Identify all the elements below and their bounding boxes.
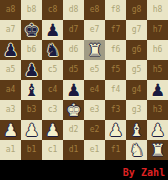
coord-label-h3: h3 (153, 100, 163, 120)
piece-white-bishop: ♝ (129, 120, 144, 140)
square-g3[interactable]: g3 (126, 100, 147, 120)
coord-label-e3: e3 (90, 100, 100, 120)
square-b6[interactable]: b6 (21, 40, 42, 60)
coord-label-a7: a7 (6, 20, 16, 40)
square-b7[interactable]: ♚ (21, 20, 42, 40)
square-g2[interactable]: ♝ (126, 120, 147, 140)
square-f6[interactable]: f6 (105, 40, 126, 60)
square-h8[interactable]: h8 (147, 0, 168, 20)
coord-label-c1: c1 (48, 140, 58, 160)
square-a6[interactable]: ♟ (0, 40, 21, 60)
coord-label-a4: a4 (6, 80, 16, 100)
piece-white-rook: ♜ (150, 140, 165, 160)
square-h6[interactable]: h6 (147, 40, 168, 60)
square-c3[interactable]: c3 (42, 100, 63, 120)
square-c4[interactable]: c4 (42, 80, 63, 100)
piece-black-knight: ♞ (45, 40, 60, 60)
coord-label-g3: g3 (132, 100, 142, 120)
coord-label-d6: d6 (69, 40, 79, 60)
square-c6[interactable]: ♞ (42, 40, 63, 60)
coord-label-a8: a8 (6, 0, 16, 20)
coord-label-e1: e1 (90, 140, 100, 160)
square-f5[interactable]: f5 (105, 60, 126, 80)
square-h1[interactable]: ♜ (147, 140, 168, 160)
piece-black-bishop: ♝ (24, 80, 39, 100)
square-f7[interactable]: f7 (105, 20, 126, 40)
coord-label-f3: f3 (111, 100, 121, 120)
square-g6[interactable]: g6 (126, 40, 147, 60)
square-g7[interactable]: g7 (126, 20, 147, 40)
piece-white-pawn: ♟ (150, 120, 165, 140)
coord-label-c3: c3 (48, 100, 58, 120)
piece-black-pawn: ♟ (24, 60, 39, 80)
square-c5[interactable]: c5 (42, 60, 63, 80)
coord-label-f5: f5 (111, 60, 121, 80)
square-b4[interactable]: ♝ (21, 80, 42, 100)
coord-label-g7: g7 (132, 20, 142, 40)
square-e5[interactable]: e5 (84, 60, 105, 80)
square-d2[interactable]: d2 (63, 120, 84, 140)
coord-label-c8: c8 (48, 0, 58, 20)
square-b1[interactable]: b1 (21, 140, 42, 160)
square-f3[interactable]: f3 (105, 100, 126, 120)
square-a7[interactable]: a7 (0, 20, 21, 40)
coord-label-d8: d8 (69, 0, 79, 20)
square-g8[interactable]: g8 (126, 0, 147, 20)
square-e4[interactable]: e4 (84, 80, 105, 100)
coord-label-a1: a1 (6, 140, 16, 160)
coord-label-b3: b3 (27, 100, 37, 120)
piece-white-pawn: ♟ (45, 120, 60, 140)
coord-label-g6: g6 (132, 40, 142, 60)
chess-board: a8b8c8d8e8f8g8h8a7♚♟d7e7f7g7h7♟b6♞d6♜f6g… (0, 0, 168, 160)
credit-text: By Zahl (123, 163, 168, 178)
coord-label-c4: c4 (48, 80, 58, 100)
square-a3[interactable]: a3 (0, 100, 21, 120)
coord-label-a3: a3 (6, 100, 16, 120)
coord-label-c5: c5 (48, 60, 58, 80)
square-h2[interactable]: ♟ (147, 120, 168, 140)
piece-white-pawn: ♟ (108, 120, 123, 140)
piece-black-pawn: ♟ (66, 80, 81, 100)
square-g1[interactable]: ♞ (126, 140, 147, 160)
square-h5[interactable]: h5 (147, 60, 168, 80)
footer-bar: By Zahl (0, 160, 168, 180)
piece-black-pawn: ♟ (3, 40, 18, 60)
coord-label-f8: f8 (111, 0, 121, 20)
square-h7[interactable]: h7 (147, 20, 168, 40)
piece-black-pawn: ♟ (150, 80, 165, 100)
square-c2[interactable]: ♟ (42, 120, 63, 140)
coord-label-b1: b1 (27, 140, 37, 160)
coord-label-h8: h8 (153, 0, 163, 20)
piece-white-pawn: ♟ (24, 120, 39, 140)
coord-label-e5: e5 (90, 60, 100, 80)
piece-black-king: ♚ (24, 20, 39, 40)
square-g4[interactable]: g4 (126, 80, 147, 100)
square-e6[interactable]: ♜ (84, 40, 105, 60)
square-e7[interactable]: e7 (84, 20, 105, 40)
square-b2[interactable]: ♟ (21, 120, 42, 140)
coord-label-b6: b6 (27, 40, 37, 60)
coord-label-e8: e8 (90, 0, 100, 20)
coord-label-g8: g8 (132, 0, 142, 20)
piece-white-pawn: ♟ (3, 120, 18, 140)
square-e2[interactable]: e2 (84, 120, 105, 140)
coord-label-h6: h6 (153, 40, 163, 60)
square-e1[interactable]: e1 (84, 140, 105, 160)
square-b8[interactable]: b8 (21, 0, 42, 20)
square-f4[interactable]: f4 (105, 80, 126, 100)
square-c7[interactable]: ♟ (42, 20, 63, 40)
piece-white-rook: ♜ (87, 40, 102, 60)
coord-label-f4: f4 (111, 80, 121, 100)
square-d3[interactable]: ♚ (63, 100, 84, 120)
coord-label-d5: d5 (69, 60, 79, 80)
coord-label-b8: b8 (27, 0, 37, 20)
square-a1[interactable]: a1 (0, 140, 21, 160)
coord-label-f7: f7 (111, 20, 121, 40)
piece-white-king: ♚ (66, 100, 81, 120)
coord-label-g5: g5 (132, 60, 142, 80)
coord-label-d7: d7 (69, 20, 79, 40)
piece-black-pawn: ♟ (45, 20, 60, 40)
square-a5[interactable]: a5 (0, 60, 21, 80)
square-d8[interactable]: d8 (63, 0, 84, 20)
coord-label-e2: e2 (90, 120, 100, 140)
square-d6[interactable]: d6 (63, 40, 84, 60)
coord-label-f6: f6 (111, 40, 121, 60)
square-c8[interactable]: c8 (42, 0, 63, 20)
coord-label-a5: a5 (6, 60, 16, 80)
square-f1[interactable]: f1 (105, 140, 126, 160)
square-a4[interactable]: a4 (0, 80, 21, 100)
square-f2[interactable]: ♟ (105, 120, 126, 140)
coord-label-h5: h5 (153, 60, 163, 80)
coord-label-e7: e7 (90, 20, 100, 40)
square-d7[interactable]: d7 (63, 20, 84, 40)
square-a2[interactable]: ♟ (0, 120, 21, 140)
square-g5[interactable]: g5 (126, 60, 147, 80)
square-b5[interactable]: ♟ (21, 60, 42, 80)
coord-label-h7: h7 (153, 20, 163, 40)
square-f8[interactable]: f8 (105, 0, 126, 20)
square-e8[interactable]: e8 (84, 0, 105, 20)
coord-label-g4: g4 (132, 80, 142, 100)
square-h4[interactable]: ♟ (147, 80, 168, 100)
coord-label-d1: d1 (69, 140, 79, 160)
square-d4[interactable]: ♟ (63, 80, 84, 100)
coord-label-f1: f1 (111, 140, 121, 160)
square-h3[interactable]: h3 (147, 100, 168, 120)
square-d1[interactable]: d1 (63, 140, 84, 160)
square-a8[interactable]: a8 (0, 0, 21, 20)
coord-label-e4: e4 (90, 80, 100, 100)
square-b3[interactable]: b3 (21, 100, 42, 120)
square-c1[interactable]: c1 (42, 140, 63, 160)
square-e3[interactable]: e3 (84, 100, 105, 120)
square-d5[interactable]: d5 (63, 60, 84, 80)
coord-label-d2: d2 (69, 120, 79, 140)
piece-white-knight: ♞ (129, 140, 144, 160)
